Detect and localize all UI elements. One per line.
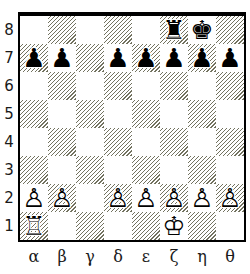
square-β2[interactable]: ♙ (48, 184, 76, 212)
file-label-α: α (20, 242, 48, 270)
square-η2[interactable]: ♙ (188, 184, 216, 212)
square-α2[interactable]: ♙ (20, 184, 48, 212)
square-θ8[interactable] (216, 16, 244, 44)
square-ζ7[interactable]: ♟ (160, 44, 188, 72)
rank-label-7: 7 (0, 44, 18, 72)
rank-labels: 87654321 (0, 12, 18, 242)
square-ε4[interactable] (132, 128, 160, 156)
square-η6[interactable] (188, 72, 216, 100)
square-δ7[interactable]: ♟ (104, 44, 132, 72)
square-γ3[interactable] (76, 156, 104, 184)
file-label-ζ: ζ (160, 242, 188, 270)
file-label-γ: γ (76, 242, 104, 270)
square-α8[interactable] (20, 16, 48, 44)
square-α3[interactable] (20, 156, 48, 184)
square-θ6[interactable] (216, 72, 244, 100)
square-β7[interactable]: ♟ (48, 44, 76, 72)
chess-board: ♜♚♟♟♟♟♟♟♟♙♙♙♙♙♙♙♖♔ (18, 12, 246, 242)
file-label-δ: δ (104, 242, 132, 270)
file-labels: αβγδεζηθ (18, 242, 246, 270)
square-α4[interactable] (20, 128, 48, 156)
square-ε2[interactable]: ♙ (132, 184, 160, 212)
square-ε5[interactable] (132, 100, 160, 128)
square-δ4[interactable] (104, 128, 132, 156)
piece-wp-η2: ♙ (188, 184, 216, 212)
piece-wp-ε2: ♙ (132, 184, 160, 212)
piece-bk-η8: ♚ (188, 16, 216, 44)
square-ε1[interactable] (132, 212, 160, 240)
square-β1[interactable] (48, 212, 76, 240)
rank-label-3: 3 (0, 156, 18, 184)
rank-label-2: 2 (0, 184, 18, 212)
square-η3[interactable] (188, 156, 216, 184)
square-θ4[interactable] (216, 128, 244, 156)
square-γ4[interactable] (76, 128, 104, 156)
square-ζ1[interactable]: ♔ (160, 212, 188, 240)
piece-wp-α2: ♙ (20, 184, 48, 212)
square-θ7[interactable]: ♟ (216, 44, 244, 72)
rank-label-1: 1 (0, 212, 18, 240)
piece-bp-ζ7: ♟ (160, 44, 188, 72)
piece-bp-η7: ♟ (188, 44, 216, 72)
piece-bp-β7: ♟ (48, 44, 76, 72)
square-δ2[interactable]: ♙ (104, 184, 132, 212)
piece-bp-δ7: ♟ (104, 44, 132, 72)
square-β8[interactable] (48, 16, 76, 44)
square-β6[interactable] (48, 72, 76, 100)
square-ζ3[interactable] (160, 156, 188, 184)
square-η7[interactable]: ♟ (188, 44, 216, 72)
file-label-η: η (188, 242, 216, 270)
square-α1[interactable]: ♖ (20, 212, 48, 240)
square-ζ5[interactable] (160, 100, 188, 128)
piece-wr-α1: ♖ (20, 212, 48, 240)
square-ε8[interactable] (132, 16, 160, 44)
square-θ2[interactable]: ♙ (216, 184, 244, 212)
square-β5[interactable] (48, 100, 76, 128)
square-η5[interactable] (188, 100, 216, 128)
square-ε6[interactable] (132, 72, 160, 100)
rank-label-6: 6 (0, 72, 18, 100)
piece-wk-ζ1: ♔ (160, 212, 188, 240)
piece-bp-α7: ♟ (20, 44, 48, 72)
chess-diagram: 87654321 ♜♚♟♟♟♟♟♟♟♙♙♙♙♙♙♙♖♔ αβγδεζηθ (0, 0, 250, 274)
square-β4[interactable] (48, 128, 76, 156)
square-α7[interactable]: ♟ (20, 44, 48, 72)
square-ζ8[interactable]: ♜ (160, 16, 188, 44)
rank-label-8: 8 (0, 16, 18, 44)
piece-br-ζ8: ♜ (160, 16, 188, 44)
square-α5[interactable] (20, 100, 48, 128)
square-β3[interactable] (48, 156, 76, 184)
piece-wp-β2: ♙ (48, 184, 76, 212)
square-δ3[interactable] (104, 156, 132, 184)
square-η4[interactable] (188, 128, 216, 156)
piece-bp-ε7: ♟ (132, 44, 160, 72)
square-η8[interactable]: ♚ (188, 16, 216, 44)
file-label-β: β (48, 242, 76, 270)
square-θ1[interactable] (216, 212, 244, 240)
rank-label-5: 5 (0, 100, 18, 128)
file-label-θ: θ (216, 242, 244, 270)
square-δ5[interactable] (104, 100, 132, 128)
square-α6[interactable] (20, 72, 48, 100)
file-label-ε: ε (132, 242, 160, 270)
piece-bp-θ7: ♟ (216, 44, 244, 72)
square-ε7[interactable]: ♟ (132, 44, 160, 72)
square-γ2[interactable] (76, 184, 104, 212)
square-ζ2[interactable]: ♙ (160, 184, 188, 212)
square-δ6[interactable] (104, 72, 132, 100)
square-γ6[interactable] (76, 72, 104, 100)
square-ζ6[interactable] (160, 72, 188, 100)
square-δ1[interactable] (104, 212, 132, 240)
square-θ5[interactable] (216, 100, 244, 128)
piece-wp-ζ2: ♙ (160, 184, 188, 212)
square-γ8[interactable] (76, 16, 104, 44)
square-η1[interactable] (188, 212, 216, 240)
rank-label-4: 4 (0, 128, 18, 156)
square-γ1[interactable] (76, 212, 104, 240)
square-γ5[interactable] (76, 100, 104, 128)
board-layout: 87654321 ♜♚♟♟♟♟♟♟♟♙♙♙♙♙♙♙♖♔ αβγδεζηθ (0, 12, 246, 270)
square-θ3[interactable] (216, 156, 244, 184)
square-ε3[interactable] (132, 156, 160, 184)
piece-wp-δ2: ♙ (104, 184, 132, 212)
square-ζ4[interactable] (160, 128, 188, 156)
square-δ8[interactable] (104, 16, 132, 44)
piece-wp-θ2: ♙ (216, 184, 244, 212)
square-γ7[interactable] (76, 44, 104, 72)
